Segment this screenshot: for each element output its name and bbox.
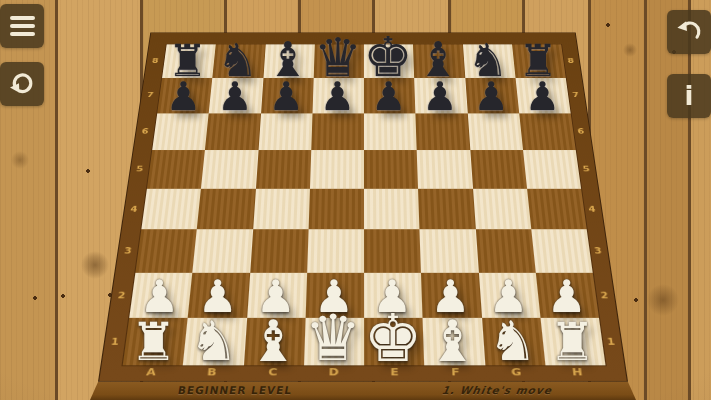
square-a4[interactable] xyxy=(141,189,201,230)
square-c3[interactable] xyxy=(250,229,309,272)
square-a3[interactable] xyxy=(135,229,197,272)
undo-move-button[interactable] xyxy=(667,10,711,54)
square-h3[interactable] xyxy=(531,229,593,272)
square-a5[interactable] xyxy=(147,150,205,189)
square-f4[interactable] xyxy=(418,189,475,230)
square-b3[interactable] xyxy=(193,229,253,272)
piece-black-pawn[interactable]: ♟ xyxy=(371,77,406,117)
square-f5[interactable] xyxy=(417,150,473,189)
square-h5[interactable] xyxy=(523,150,581,189)
piece-black-pawn[interactable]: ♟ xyxy=(422,77,457,117)
piece-white-rook[interactable]: ♜ xyxy=(549,316,596,369)
piece-white-knight[interactable]: ♞ xyxy=(488,314,537,369)
piece-white-bishop[interactable]: ♝ xyxy=(248,313,299,370)
square-c4[interactable] xyxy=(253,189,310,230)
piece-black-pawn[interactable]: ♟ xyxy=(268,77,303,117)
square-d5[interactable] xyxy=(310,150,364,189)
square-e4[interactable] xyxy=(364,189,420,230)
square-g4[interactable] xyxy=(473,189,532,230)
info-button[interactable]: i xyxy=(667,74,711,118)
piece-black-pawn[interactable]: ♟ xyxy=(166,77,201,117)
rotate-board-button[interactable] xyxy=(0,62,44,106)
info-icon: i xyxy=(685,83,694,109)
piece-white-knight[interactable]: ♞ xyxy=(189,314,238,369)
square-f3[interactable] xyxy=(420,229,479,272)
square-e5[interactable] xyxy=(364,150,418,189)
square-d3[interactable] xyxy=(307,229,364,272)
board-scene: ABCDEFGH 87654321 87654321 BEGINNER LEVE… xyxy=(0,0,711,400)
piece-black-pawn[interactable]: ♟ xyxy=(473,77,508,117)
square-b5[interactable] xyxy=(201,150,258,189)
menu-button[interactable] xyxy=(0,4,44,48)
undo-arrow-icon xyxy=(674,17,704,47)
square-c5[interactable] xyxy=(255,150,311,189)
piece-black-pawn[interactable]: ♟ xyxy=(525,77,560,117)
piece-black-pawn[interactable]: ♟ xyxy=(320,77,355,117)
piece-white-king[interactable]: ♚ xyxy=(363,306,422,372)
piece-white-queen[interactable]: ♛ xyxy=(305,307,362,371)
square-h4[interactable] xyxy=(527,189,587,230)
piece-black-pawn[interactable]: ♟ xyxy=(217,77,252,117)
rotate-icon xyxy=(7,69,37,99)
level-label: BEGINNER LEVEL xyxy=(177,384,293,396)
board-front-face: BEGINNER LEVEL 1. White's move xyxy=(90,382,636,400)
hamburger-icon xyxy=(10,16,35,36)
square-g5[interactable] xyxy=(470,150,527,189)
square-d4[interactable] xyxy=(308,189,364,230)
piece-white-rook[interactable]: ♜ xyxy=(130,316,177,369)
move-status-label: 1. White's move xyxy=(441,384,553,396)
square-e3[interactable] xyxy=(364,229,421,272)
piece-white-bishop[interactable]: ♝ xyxy=(427,313,478,370)
square-b4[interactable] xyxy=(197,189,255,230)
square-g3[interactable] xyxy=(475,229,535,272)
